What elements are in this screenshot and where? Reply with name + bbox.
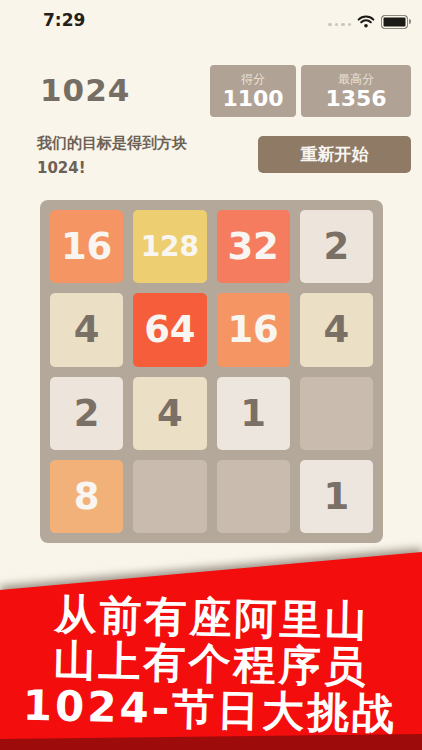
best-score-box: 最高分 1356: [301, 65, 411, 117]
empty-cell: [300, 377, 373, 450]
tile-8: 8: [50, 460, 123, 533]
status-bar-time: 7:29: [43, 10, 85, 30]
app-screen: 7:29 1024 得分 1100 最高分 1356 我们的目标是得到方块102…: [0, 0, 422, 750]
tile-64: 64: [133, 293, 206, 366]
status-bar-icons: [328, 14, 408, 29]
goal-text: 我们的目标是得到方块1024!: [37, 131, 229, 181]
tile-2: 2: [300, 210, 373, 283]
cellular-signal-icon: [328, 14, 351, 29]
empty-cell: [217, 460, 290, 533]
tile-128: 128: [133, 210, 206, 283]
page-title: 1024: [40, 72, 130, 108]
tile-16: 16: [217, 293, 290, 366]
battery-icon: [381, 15, 408, 29]
tile-16: 16: [50, 210, 123, 283]
banner-line-3: 1024-节日大挑战: [0, 682, 421, 738]
tile-1: 1: [300, 460, 373, 533]
wifi-icon: [357, 15, 375, 28]
score-value: 1100: [222, 86, 283, 111]
tile-4: 4: [133, 377, 206, 450]
best-score-value: 1356: [325, 86, 386, 111]
banner-text: 从前有座阿里山 山上有个程序员 1024-节日大挑战: [0, 590, 422, 738]
score-boxes: 得分 1100 最高分 1356: [210, 65, 411, 117]
score-box: 得分 1100: [210, 65, 296, 117]
score-label: 得分: [241, 72, 265, 86]
tile-4: 4: [50, 293, 123, 366]
tile-4: 4: [300, 293, 373, 366]
tile-2: 2: [50, 377, 123, 450]
promo-banner: 从前有座阿里山 山上有个程序员 1024-节日大挑战: [0, 540, 422, 750]
tile-1: 1: [217, 377, 290, 450]
restart-button[interactable]: 重新开始: [258, 136, 411, 173]
tile-32: 32: [217, 210, 290, 283]
empty-cell: [133, 460, 206, 533]
best-score-label: 最高分: [338, 72, 374, 86]
game-board[interactable]: 1612832246416424181: [40, 200, 383, 543]
